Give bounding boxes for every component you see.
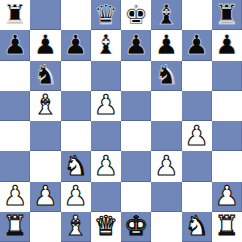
square-d8[interactable]: ♛ — [91, 0, 121, 30]
square-c1[interactable]: ♝ — [61, 212, 91, 242]
piece-black-knight: ♞ — [33, 61, 57, 88]
square-c5[interactable] — [61, 91, 91, 121]
square-a8[interactable]: ♜ — [0, 0, 30, 30]
square-a7[interactable]: ♟ — [0, 30, 30, 60]
square-b4[interactable] — [30, 121, 60, 151]
piece-black-pawn: ♟ — [3, 31, 27, 58]
square-h3[interactable] — [212, 151, 242, 181]
piece-white-pawn: ♟ — [215, 182, 239, 209]
square-b7[interactable]: ♟ — [30, 30, 60, 60]
square-h4[interactable] — [212, 121, 242, 151]
square-f1[interactable] — [151, 212, 181, 242]
piece-black-bishop: ♝ — [154, 1, 178, 28]
square-b8[interactable] — [30, 0, 60, 30]
square-b1[interactable] — [30, 212, 60, 242]
piece-black-pawn: ♟ — [33, 31, 57, 58]
piece-white-rook: ♜ — [3, 212, 27, 239]
square-c8[interactable] — [61, 0, 91, 30]
square-f6[interactable]: ♞ — [151, 61, 181, 91]
square-c4[interactable] — [61, 121, 91, 151]
piece-white-pawn: ♟ — [64, 182, 88, 209]
piece-black-king: ♚ — [124, 1, 148, 28]
square-e6[interactable] — [121, 61, 151, 91]
piece-white-knight: ♞ — [64, 152, 88, 179]
piece-white-pawn: ♟ — [94, 152, 118, 179]
square-a5[interactable] — [0, 91, 30, 121]
square-d3[interactable]: ♟ — [91, 151, 121, 181]
square-a4[interactable] — [0, 121, 30, 151]
square-h8[interactable]: ♜ — [212, 0, 242, 30]
square-e3[interactable] — [121, 151, 151, 181]
piece-black-pawn: ♟ — [185, 31, 209, 58]
square-b2[interactable]: ♟ — [30, 182, 60, 212]
square-c2[interactable]: ♟ — [61, 182, 91, 212]
piece-white-pawn: ♟ — [94, 91, 118, 118]
square-h1[interactable]: ♜ — [212, 212, 242, 242]
piece-black-bishop: ♝ — [94, 31, 118, 58]
piece-white-bishop: ♝ — [64, 212, 88, 239]
square-f8[interactable]: ♝ — [151, 0, 181, 30]
piece-white-pawn: ♟ — [3, 182, 27, 209]
square-d4[interactable] — [91, 121, 121, 151]
square-c3[interactable]: ♞ — [61, 151, 91, 181]
square-h5[interactable] — [212, 91, 242, 121]
piece-white-pawn: ♟ — [185, 122, 209, 149]
square-e5[interactable] — [121, 91, 151, 121]
piece-black-knight: ♞ — [154, 61, 178, 88]
piece-white-king: ♚ — [124, 212, 148, 239]
square-g8[interactable] — [182, 0, 212, 30]
piece-white-pawn: ♟ — [33, 182, 57, 209]
square-g5[interactable] — [182, 91, 212, 121]
square-g3[interactable] — [182, 151, 212, 181]
square-d7[interactable]: ♝ — [91, 30, 121, 60]
chess-board: ♜♛♚♝♜♟♟♟♝♟♟♟♟♞♞♝♟♟♞♟♟♟♟♟♟♜♝♛♚♞♜ — [0, 0, 242, 242]
piece-black-rook: ♜ — [3, 1, 27, 28]
square-a6[interactable] — [0, 61, 30, 91]
piece-black-queen: ♛ — [94, 1, 118, 28]
piece-black-rook: ♜ — [215, 1, 239, 28]
piece-white-rook: ♜ — [215, 212, 239, 239]
square-e4[interactable] — [121, 121, 151, 151]
square-g4[interactable]: ♟ — [182, 121, 212, 151]
piece-black-pawn: ♟ — [64, 31, 88, 58]
square-f4[interactable] — [151, 121, 181, 151]
square-e8[interactable]: ♚ — [121, 0, 151, 30]
square-e7[interactable]: ♟ — [121, 30, 151, 60]
square-e2[interactable] — [121, 182, 151, 212]
square-g1[interactable]: ♞ — [182, 212, 212, 242]
square-g6[interactable] — [182, 61, 212, 91]
square-f2[interactable] — [151, 182, 181, 212]
piece-white-knight: ♞ — [185, 212, 209, 239]
square-f3[interactable]: ♟ — [151, 151, 181, 181]
square-d2[interactable] — [91, 182, 121, 212]
square-f7[interactable]: ♟ — [151, 30, 181, 60]
square-h7[interactable]: ♟ — [212, 30, 242, 60]
square-a1[interactable]: ♜ — [0, 212, 30, 242]
square-g2[interactable] — [182, 182, 212, 212]
square-b5[interactable]: ♝ — [30, 91, 60, 121]
square-a2[interactable]: ♟ — [0, 182, 30, 212]
square-h6[interactable] — [212, 61, 242, 91]
piece-white-pawn: ♟ — [154, 152, 178, 179]
square-h2[interactable]: ♟ — [212, 182, 242, 212]
square-b6[interactable]: ♞ — [30, 61, 60, 91]
square-e1[interactable]: ♚ — [121, 212, 151, 242]
square-c7[interactable]: ♟ — [61, 30, 91, 60]
piece-black-pawn: ♟ — [154, 31, 178, 58]
square-d6[interactable] — [91, 61, 121, 91]
square-b3[interactable] — [30, 151, 60, 181]
square-f5[interactable] — [151, 91, 181, 121]
square-d5[interactable]: ♟ — [91, 91, 121, 121]
square-d1[interactable]: ♛ — [91, 212, 121, 242]
piece-black-pawn: ♟ — [215, 31, 239, 58]
piece-white-bishop: ♝ — [33, 91, 57, 118]
square-a3[interactable] — [0, 151, 30, 181]
piece-black-pawn: ♟ — [124, 31, 148, 58]
square-c6[interactable] — [61, 61, 91, 91]
square-g7[interactable]: ♟ — [182, 30, 212, 60]
piece-white-queen: ♛ — [94, 212, 118, 239]
